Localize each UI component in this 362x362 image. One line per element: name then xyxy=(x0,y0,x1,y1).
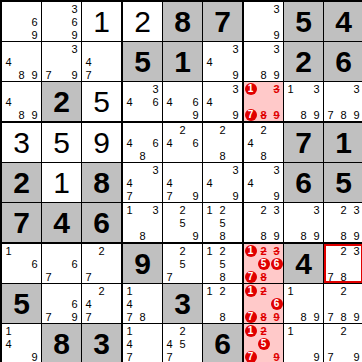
cell-r5c2[interactable]: 1 xyxy=(42,163,81,202)
candidate-slot-7 xyxy=(123,149,136,162)
cell-r4c9[interactable]: 1 xyxy=(324,123,362,162)
candidate-9: 9 xyxy=(71,69,77,81)
candidate-9: 9 xyxy=(353,311,359,323)
candidate-slot-2: 2 xyxy=(337,244,350,257)
cell-r2c5[interactable]: 1 xyxy=(163,42,202,81)
candidate-9: 9 xyxy=(232,109,238,121)
cell-r5c4[interactable]: 347 xyxy=(123,163,162,202)
candidate-1: 1 xyxy=(5,325,11,337)
cell-r1c6[interactable]: 7 xyxy=(203,2,242,41)
candidate-2-eliminated: 2 xyxy=(260,285,266,297)
candidate-slot-8 xyxy=(136,189,149,202)
cell-r4c4[interactable]: 468 xyxy=(123,123,162,162)
cell-r9c7[interactable]: 12579 xyxy=(244,324,283,362)
candidate-slot-1 xyxy=(163,123,176,136)
cell-r3c2[interactable]: 2 xyxy=(42,82,81,121)
candidate-slot-1: 1 xyxy=(284,284,297,297)
candidate-slot-3: 3 xyxy=(149,82,162,95)
candidate-slot-7 xyxy=(203,270,216,283)
cell-r5c8[interactable]: 6 xyxy=(284,163,323,202)
candidate-slot-9: 9 xyxy=(270,68,283,81)
candidate-4: 4 xyxy=(166,96,172,108)
cell-r4c6[interactable]: 28 xyxy=(203,123,242,162)
solved-digit: 5 xyxy=(42,123,81,162)
candidate-7: 7 xyxy=(327,351,333,362)
candidate-slot-8: 8 xyxy=(257,149,270,162)
cell-r1c5[interactable]: 8 xyxy=(163,2,202,41)
cell-r7c1[interactable]: 16 xyxy=(2,244,41,283)
cell-r3c1[interactable]: 489 xyxy=(2,82,41,121)
box-5: 468246283474793491382591258 xyxy=(123,123,242,242)
given-digit: 2 xyxy=(42,82,81,121)
candidate-slot-5 xyxy=(297,297,310,310)
cell-r6c2[interactable]: 4 xyxy=(42,203,81,242)
candidate-slot-4: 4 xyxy=(82,297,95,310)
candidate-slot-4 xyxy=(244,297,257,310)
cell-r1c8[interactable]: 5 xyxy=(284,2,323,41)
candidate-slot-6 xyxy=(229,95,242,108)
candidate-slot-4 xyxy=(82,257,95,270)
candidate-9: 9 xyxy=(192,230,198,242)
cell-r9c3[interactable]: 3 xyxy=(82,324,121,362)
candidate-slot-7 xyxy=(203,108,216,121)
cell-r4c5[interactable]: 246 xyxy=(163,123,202,162)
candidate-slot-3: 3 xyxy=(310,82,323,95)
cell-r2c2[interactable]: 379 xyxy=(42,42,81,81)
candidate-1: 1 xyxy=(206,204,212,216)
cell-r3c6[interactable]: 349 xyxy=(203,82,242,121)
candidate-slot-2 xyxy=(337,82,350,95)
candidate-grid: 1258 xyxy=(203,203,242,242)
given-digit: 5 xyxy=(123,42,162,81)
candidate-slot-3: 3 xyxy=(68,2,81,15)
cell-r1c3[interactable]: 1 xyxy=(82,2,121,41)
candidate-8-eliminated: 8 xyxy=(260,311,266,323)
candidate-grid: 469 xyxy=(163,82,202,121)
candidate-slot-1 xyxy=(42,2,55,15)
candidate-slot-3: 3 xyxy=(270,42,283,55)
given-digit: 2 xyxy=(284,42,323,81)
candidate-1-kept-disc: 1 xyxy=(245,245,257,257)
cell-r8c3[interactable]: 247 xyxy=(82,284,121,323)
candidate-slot-6 xyxy=(28,95,41,108)
candidate-slot-1 xyxy=(244,2,257,15)
candidate-slot-4 xyxy=(123,216,136,229)
candidate-7: 7 xyxy=(166,190,172,202)
candidate-slot-3 xyxy=(189,123,202,136)
candidate-2: 2 xyxy=(340,285,346,297)
candidate-slot-5 xyxy=(55,15,68,28)
candidate-slot-2: 2 xyxy=(257,284,270,297)
cell-r5c6[interactable]: 349 xyxy=(203,163,242,202)
candidate-slot-4 xyxy=(284,337,297,350)
candidate-9: 9 xyxy=(192,190,198,202)
candidate-slot-2: 2 xyxy=(176,123,189,136)
cell-r9c6[interactable]: 6 xyxy=(203,324,242,362)
candidate-slot-5 xyxy=(136,136,149,149)
cell-r5c9[interactable]: 5 xyxy=(324,163,362,202)
candidate-slot-7 xyxy=(123,229,136,242)
candidate-4: 4 xyxy=(206,96,212,108)
candidate-1-kept-disc: 1 xyxy=(245,325,257,337)
candidate-grid: 349 xyxy=(203,42,242,81)
candidate-4: 4 xyxy=(126,137,132,149)
candidate-grid: 349 xyxy=(203,82,242,121)
candidate-slot-2: 2 xyxy=(257,203,270,216)
candidate-slot-3 xyxy=(108,42,121,55)
cell-r6c3[interactable]: 6 xyxy=(82,203,121,242)
cell-r8c4[interactable]: 1478 xyxy=(123,284,162,323)
candidate-slot-5 xyxy=(136,337,149,350)
candidate-slot-6 xyxy=(310,337,323,350)
candidate-grid: 2378 xyxy=(324,244,362,283)
candidate-slot-9 xyxy=(229,270,242,283)
candidate-grid: 189 xyxy=(284,284,323,323)
cell-r7c6[interactable]: 1258 xyxy=(203,244,242,283)
candidate-slot-2: 2 xyxy=(337,284,350,297)
candidate-slot-9 xyxy=(270,270,283,283)
candidate-slot-7 xyxy=(2,28,15,41)
candidate-grid: 389 xyxy=(244,42,283,81)
candidate-slot-9 xyxy=(189,270,202,283)
candidate-2: 2 xyxy=(179,245,185,257)
cell-r8c7[interactable]: 126789 xyxy=(244,284,283,323)
cell-r9c5[interactable]: 2457 xyxy=(163,324,202,362)
cell-r8c8[interactable]: 189 xyxy=(284,284,323,323)
candidate-slot-9: 9 xyxy=(28,108,41,121)
candidate-slot-1 xyxy=(123,123,136,136)
cell-r8c5[interactable]: 3 xyxy=(163,284,202,323)
candidate-slot-9: 9 xyxy=(28,350,41,362)
cell-r3c5[interactable]: 469 xyxy=(163,82,202,121)
candidate-slot-1 xyxy=(324,82,337,95)
candidate-slot-7 xyxy=(163,149,176,162)
candidate-slot-5 xyxy=(337,257,350,270)
cell-r3c8[interactable]: 1389 xyxy=(284,82,323,121)
candidate-slot-3 xyxy=(229,203,242,216)
candidate-slot-6 xyxy=(28,337,41,350)
candidate-slot-6 xyxy=(270,216,283,229)
cell-r7c3[interactable]: 27 xyxy=(82,244,121,283)
candidate-slot-7 xyxy=(244,28,257,41)
candidate-slot-6 xyxy=(350,95,362,108)
candidate-slot-3 xyxy=(149,324,162,337)
cell-r8c6[interactable]: 128 xyxy=(203,284,242,323)
candidate-3: 3 xyxy=(273,43,279,55)
candidate-8: 8 xyxy=(340,230,346,242)
candidate-slot-3 xyxy=(28,244,41,257)
cell-r9c1[interactable]: 149 xyxy=(2,324,41,362)
candidate-slot-5 xyxy=(176,176,189,189)
candidate-3: 3 xyxy=(232,164,238,176)
candidate-1: 1 xyxy=(287,83,293,95)
candidate-slot-1 xyxy=(244,203,257,216)
cell-r5c1[interactable]: 2 xyxy=(2,163,41,202)
cell-r3c4[interactable]: 346 xyxy=(123,82,162,121)
candidate-slot-8: 8 xyxy=(297,108,310,121)
cell-r6c6[interactable]: 1258 xyxy=(203,203,242,242)
cell-r2c9[interactable]: 6 xyxy=(324,42,362,81)
candidate-slot-4 xyxy=(2,257,15,270)
candidate-slot-9: 9 xyxy=(189,229,202,242)
cell-r2c3[interactable]: 47 xyxy=(82,42,121,81)
candidate-grid: 257 xyxy=(163,244,202,283)
candidate-slot-8 xyxy=(95,270,108,283)
candidate-slot-4: 4 xyxy=(203,55,216,68)
candidate-slot-2 xyxy=(136,203,149,216)
candidate-7: 7 xyxy=(85,69,91,81)
candidate-5: 5 xyxy=(179,258,185,270)
candidate-slot-8: 8 xyxy=(136,149,149,162)
candidate-7-kept-disc: 7 xyxy=(245,351,257,362)
cell-r5c5[interactable]: 479 xyxy=(163,163,202,202)
candidate-9-eliminated: 9 xyxy=(273,351,279,362)
candidate-slot-5 xyxy=(257,136,270,149)
candidate-grid: 468 xyxy=(123,123,162,162)
candidate-slot-5 xyxy=(55,257,68,270)
cell-r9c2[interactable]: 8 xyxy=(42,324,81,362)
candidate-6: 6 xyxy=(71,16,77,28)
candidate-5: 5 xyxy=(219,217,225,229)
candidate-slot-4 xyxy=(244,257,257,270)
candidate-slot-1 xyxy=(203,82,216,95)
cell-r5c7[interactable]: 349 xyxy=(244,163,283,202)
candidate-slot-8 xyxy=(176,149,189,162)
candidate-grid: 1235678 xyxy=(244,244,283,283)
cell-r4c2[interactable]: 5 xyxy=(42,123,81,162)
cell-r6c8[interactable]: 389 xyxy=(284,203,323,242)
candidate-slot-2 xyxy=(257,82,270,95)
candidate-slot-4 xyxy=(324,95,337,108)
cell-r8c2[interactable]: 679 xyxy=(42,284,81,323)
cell-r7c2[interactable]: 67 xyxy=(42,244,81,283)
cell-r6c9[interactable]: 2389 xyxy=(324,203,362,242)
cell-r2c8[interactable]: 2 xyxy=(284,42,323,81)
cell-r9c4[interactable]: 147 xyxy=(123,324,162,362)
candidate-6: 6 xyxy=(71,298,77,310)
candidate-slot-5 xyxy=(176,136,189,149)
candidate-slot-9: 9 xyxy=(350,350,362,362)
candidate-slot-6 xyxy=(189,337,202,350)
candidate-2: 2 xyxy=(219,245,225,257)
candidate-slot-7 xyxy=(284,108,297,121)
cell-r2c6[interactable]: 349 xyxy=(203,42,242,81)
candidate-slot-5 xyxy=(95,55,108,68)
candidate-9: 9 xyxy=(71,311,77,323)
cell-r1c4[interactable]: 2 xyxy=(123,2,162,41)
candidate-slot-8 xyxy=(216,68,229,81)
candidate-slot-2: 2 xyxy=(337,203,350,216)
candidate-slot-2 xyxy=(257,163,270,176)
candidate-slot-3: 3 xyxy=(229,163,242,176)
candidate-slot-4: 4 xyxy=(123,337,136,350)
candidate-8-eliminated: 8 xyxy=(260,271,266,283)
candidate-slot-3 xyxy=(350,324,362,337)
candidate-slot-2 xyxy=(15,244,28,257)
candidate-2: 2 xyxy=(179,204,185,216)
candidate-7: 7 xyxy=(327,271,333,283)
candidate-2: 2 xyxy=(179,124,185,136)
candidate-slot-7 xyxy=(163,108,176,121)
candidate-7: 7 xyxy=(126,311,132,323)
candidate-slot-2 xyxy=(297,284,310,297)
candidate-2-eliminated: 2 xyxy=(260,325,266,337)
candidate-slot-9 xyxy=(229,310,242,323)
cell-r9c8[interactable]: 19 xyxy=(284,324,323,362)
candidate-5: 5 xyxy=(219,258,225,270)
candidate-slot-5 xyxy=(15,337,28,350)
cell-r7c8[interactable]: 4 xyxy=(284,244,323,283)
candidate-grid: 39 xyxy=(244,2,283,41)
candidate-slot-5 xyxy=(216,176,229,189)
candidate-1-kept-disc: 1 xyxy=(245,285,257,297)
candidate-slot-2: 2 xyxy=(257,324,270,337)
cell-r7c7[interactable]: 1235678 xyxy=(244,244,283,283)
cell-r9c9[interactable]: 279 xyxy=(324,324,362,362)
solved-digit: 2 xyxy=(123,2,162,41)
candidate-1: 1 xyxy=(287,285,293,297)
given-digit: 3 xyxy=(82,324,121,362)
candidate-grid: 2389 xyxy=(244,203,283,242)
cell-r4c7[interactable]: 248 xyxy=(244,123,283,162)
candidate-8: 8 xyxy=(300,230,306,242)
given-digit: 7 xyxy=(203,2,242,41)
candidate-7: 7 xyxy=(85,311,91,323)
candidate-9: 9 xyxy=(313,109,319,121)
cell-r3c9[interactable]: 3789 xyxy=(324,82,362,121)
cell-r1c1[interactable]: 69 xyxy=(2,2,41,41)
cell-r6c1[interactable]: 7 xyxy=(2,203,41,242)
candidate-slot-6 xyxy=(108,297,121,310)
candidate-6: 6 xyxy=(192,96,198,108)
cell-r4c3[interactable]: 9 xyxy=(82,123,121,162)
candidate-grid: 28 xyxy=(203,123,242,162)
candidate-slot-3 xyxy=(189,82,202,95)
candidate-slot-8: 8 xyxy=(257,68,270,81)
cell-r6c4[interactable]: 138 xyxy=(123,203,162,242)
candidate-grid: 279 xyxy=(324,324,362,362)
cell-r7c4[interactable]: 9 xyxy=(123,244,162,283)
cell-r4c8[interactable]: 7 xyxy=(284,123,323,162)
candidate-slot-2 xyxy=(136,123,149,136)
cell-r8c9[interactable]: 2789 xyxy=(324,284,362,323)
candidate-slot-9: 9 xyxy=(350,310,362,323)
candidate-slot-4: 4 xyxy=(244,176,257,189)
cell-r8c1[interactable]: 5 xyxy=(2,284,41,323)
candidate-slot-2: 2 xyxy=(257,244,270,257)
candidate-8: 8 xyxy=(219,150,225,162)
candidate-2: 2 xyxy=(340,325,346,337)
candidate-slot-3 xyxy=(189,244,202,257)
candidate-slot-6: 6 xyxy=(28,15,41,28)
candidate-9: 9 xyxy=(273,190,279,202)
candidate-slot-7 xyxy=(2,350,15,362)
candidate-grid: 147 xyxy=(123,324,162,362)
candidate-3: 3 xyxy=(273,164,279,176)
given-digit: 5 xyxy=(284,2,323,41)
candidate-slot-7 xyxy=(203,68,216,81)
candidate-slot-1 xyxy=(42,284,55,297)
cell-r5c3[interactable]: 8 xyxy=(82,163,121,202)
candidate-slot-4 xyxy=(42,15,55,28)
candidate-8: 8 xyxy=(260,69,266,81)
candidate-5: 5 xyxy=(179,217,185,229)
candidate-slot-8: 8 xyxy=(15,108,28,121)
cell-r1c2[interactable]: 369 xyxy=(42,2,81,41)
candidate-slot-6 xyxy=(270,95,283,108)
candidate-8: 8 xyxy=(219,311,225,323)
candidate-slot-9 xyxy=(108,68,121,81)
candidate-grid: 379 xyxy=(42,42,81,81)
candidate-slot-8 xyxy=(15,270,28,283)
candidate-slot-3 xyxy=(28,2,41,15)
cell-r6c7[interactable]: 2389 xyxy=(244,203,283,242)
candidate-slot-7 xyxy=(284,350,297,362)
candidate-9: 9 xyxy=(273,230,279,242)
candidate-grid: 489 xyxy=(2,82,41,121)
candidate-2: 2 xyxy=(260,204,266,216)
candidate-slot-7: 7 xyxy=(324,350,337,362)
cell-r2c4[interactable]: 5 xyxy=(123,42,162,81)
cell-r1c9[interactable]: 4 xyxy=(324,2,362,41)
candidate-slot-9 xyxy=(149,229,162,242)
candidate-slot-8: 8 xyxy=(15,68,28,81)
candidate-slot-1 xyxy=(163,203,176,216)
candidate-slot-6 xyxy=(229,176,242,189)
cell-r7c9[interactable]: 2378 xyxy=(324,244,362,283)
candidate-slot-2 xyxy=(176,163,189,176)
candidate-slot-4 xyxy=(244,55,257,68)
candidate-slot-3 xyxy=(149,123,162,136)
candidate-slot-1: 1 xyxy=(123,324,136,337)
candidate-slot-1: 1 xyxy=(2,324,15,337)
cell-r7c5[interactable]: 257 xyxy=(163,244,202,283)
candidate-9: 9 xyxy=(232,69,238,81)
candidate-slot-9: 9 xyxy=(270,189,283,202)
candidate-slot-7 xyxy=(244,68,257,81)
candidate-3-eliminated: 3 xyxy=(273,245,279,257)
box-3: 3954389261378913893789 xyxy=(244,2,362,121)
given-digit: 6 xyxy=(82,203,121,242)
candidate-grid: 19 xyxy=(284,324,323,362)
given-digit: 5 xyxy=(324,163,362,202)
cell-r2c1[interactable]: 489 xyxy=(2,42,41,81)
cell-r1c7[interactable]: 39 xyxy=(244,2,283,41)
cell-r6c5[interactable]: 259 xyxy=(163,203,202,242)
candidate-9: 9 xyxy=(192,109,198,121)
candidate-slot-6 xyxy=(229,55,242,68)
candidate-slot-4: 4 xyxy=(163,136,176,149)
box-6: 248713496523893892389 xyxy=(244,123,362,242)
given-digit: 8 xyxy=(163,2,202,41)
candidate-slot-3 xyxy=(189,324,202,337)
candidate-slot-9: 9 xyxy=(310,310,323,323)
candidate-slot-1 xyxy=(324,284,337,297)
candidate-9: 9 xyxy=(353,351,359,362)
candidate-slot-4 xyxy=(284,95,297,108)
candidate-slot-2 xyxy=(297,203,310,216)
candidate-9: 9 xyxy=(31,69,37,81)
candidate-slot-1 xyxy=(203,163,216,176)
solved-digit: 5 xyxy=(82,82,121,121)
candidate-1-kept-disc: 1 xyxy=(245,83,257,95)
cell-r4c1[interactable]: 3 xyxy=(2,123,41,162)
cell-r3c7[interactable]: 13789 xyxy=(244,82,283,121)
cell-r3c3[interactable]: 5 xyxy=(82,82,121,121)
cell-r2c7[interactable]: 389 xyxy=(244,42,283,81)
candidate-7-kept-disc: 7 xyxy=(245,109,257,121)
candidate-slot-9 xyxy=(108,270,121,283)
